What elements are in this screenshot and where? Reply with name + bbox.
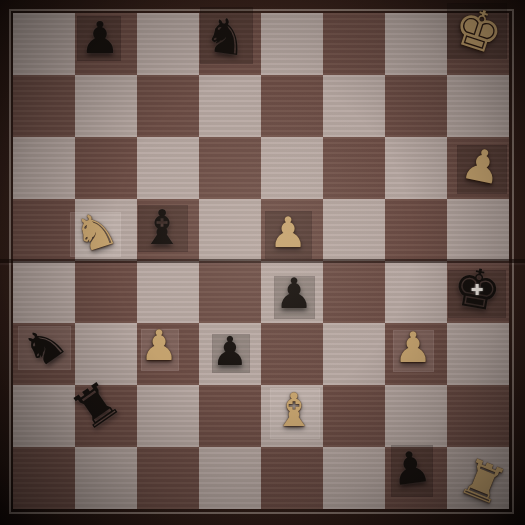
square-e7[interactable] [261, 75, 323, 137]
square-a5[interactable] [13, 199, 75, 261]
board-photo-layer: ♟♞♚♟♞♝♟♟♚✚♞♟♟♟♜♝♟♜ [0, 0, 525, 525]
square-c7[interactable] [137, 75, 199, 137]
square-f2[interactable] [323, 385, 385, 447]
square-e8[interactable] [261, 13, 323, 75]
square-c1[interactable] [137, 447, 199, 509]
square-g4[interactable] [385, 261, 447, 323]
white-bishop-e2[interactable]: ♝ [273, 387, 314, 433]
board-fold-seam [0, 259, 525, 263]
black-bishop-c5[interactable]: ♝ [140, 203, 183, 251]
square-d1[interactable] [199, 447, 261, 509]
square-f6[interactable] [323, 137, 385, 199]
black-pawn-g1[interactable]: ♟ [388, 444, 433, 493]
king-cross-highlight-h4: ✚ [471, 283, 484, 298]
square-g8[interactable] [385, 13, 447, 75]
square-c4[interactable] [137, 261, 199, 323]
white-pawn-c3[interactable]: ♟ [140, 325, 178, 367]
square-a1[interactable] [13, 447, 75, 509]
chessboard-photo: ♟♞♚♟♞♝♟♟♚✚♞♟♟♟♜♝♟♜ [0, 0, 525, 525]
square-c2[interactable] [137, 385, 199, 447]
square-d6[interactable] [199, 137, 261, 199]
black-pawn-b8[interactable]: ♟ [80, 16, 119, 60]
square-c8[interactable] [137, 13, 199, 75]
square-d2[interactable] [199, 385, 261, 447]
square-f3[interactable] [323, 323, 385, 385]
square-b1[interactable] [75, 447, 137, 509]
square-g2[interactable] [385, 385, 447, 447]
square-b7[interactable] [75, 75, 137, 137]
square-d7[interactable] [199, 75, 261, 137]
square-e6[interactable] [261, 137, 323, 199]
white-pawn-g3[interactable]: ♟ [394, 327, 432, 369]
square-h5[interactable] [447, 199, 509, 261]
square-a8[interactable] [13, 13, 75, 75]
square-f4[interactable] [323, 261, 385, 323]
square-c6[interactable] [137, 137, 199, 199]
square-d4[interactable] [199, 261, 261, 323]
square-a7[interactable] [13, 75, 75, 137]
square-g7[interactable] [385, 75, 447, 137]
square-d5[interactable] [199, 199, 261, 261]
square-f8[interactable] [323, 13, 385, 75]
square-g6[interactable] [385, 137, 447, 199]
square-h2[interactable] [447, 385, 509, 447]
square-h3[interactable] [447, 323, 509, 385]
black-knight-d8[interactable]: ♞ [201, 9, 250, 63]
square-f5[interactable] [323, 199, 385, 261]
white-pawn-e5[interactable]: ♟ [269, 212, 307, 254]
square-f7[interactable] [323, 75, 385, 137]
black-pawn-d3[interactable]: ♟ [212, 331, 248, 371]
square-e3[interactable] [261, 323, 323, 385]
square-a6[interactable] [13, 137, 75, 199]
square-g5[interactable] [385, 199, 447, 261]
black-pawn-e4[interactable]: ♟ [275, 273, 313, 315]
square-h7[interactable] [447, 75, 509, 137]
square-f1[interactable] [323, 447, 385, 509]
square-b4[interactable] [75, 261, 137, 323]
square-e1[interactable] [261, 447, 323, 509]
square-b6[interactable] [75, 137, 137, 199]
square-b3[interactable] [75, 323, 137, 385]
